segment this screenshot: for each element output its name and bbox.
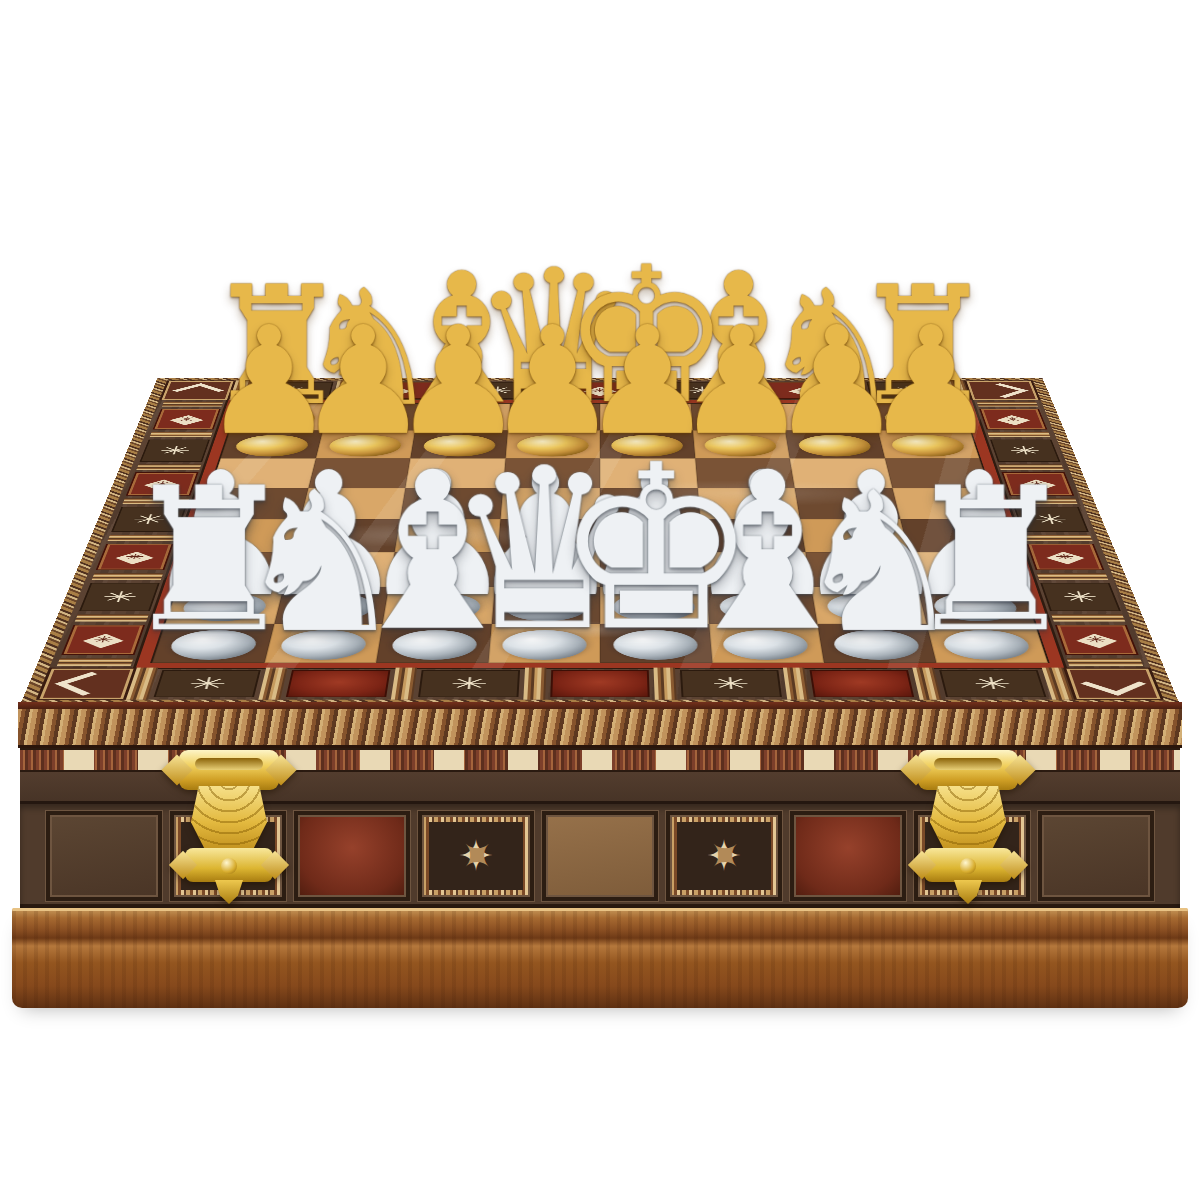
inlay-stripe-band [1067, 658, 1144, 666]
star-icon: ✳ [796, 388, 814, 394]
star-icon: ✳ [130, 513, 168, 526]
board-top: ✳◆✳✳◆✳✳◆✳✳ ✳✳✳✳ ◆✳✳◆✳✳◆✳✳◆✳ ◆✳✳◆✳✳◆✳✳◆✳ … [20, 378, 1180, 705]
red-diamond-inlay: ◆✳ [1055, 625, 1139, 655]
inlay-stripe-band [92, 573, 163, 580]
mosaic-border-bottom: ✳✳✳✳ [126, 668, 1074, 700]
clasp-tongue [954, 880, 982, 904]
star-icon: ✳ [1027, 480, 1048, 487]
star-icon: ✳ [157, 445, 193, 456]
red-diamond-inlay: ◆✳ [765, 382, 846, 399]
star-icon: ✳ [482, 385, 513, 395]
pinwheel-star-icon [429, 822, 523, 890]
pinwheel-star-icon [677, 822, 771, 890]
mother-of-pearl-star-inlay: ✳ [680, 670, 782, 697]
corner-inlay-bottom-left [36, 668, 137, 700]
corner-inlay-top-right [964, 381, 1041, 401]
brass-clasp-right[interactable] [904, 750, 1032, 908]
inlay-stripe-band [162, 402, 223, 407]
star-icon: ✳ [687, 385, 718, 395]
mother-of-pearl-star-inlay: ✳ [939, 670, 1046, 697]
mother-of-pearl-star-inlay: ✳ [418, 670, 520, 697]
inlay-stripe-band [436, 381, 456, 401]
front-panel-5-plain-tan [542, 811, 658, 901]
red-lacquer-inlay [286, 670, 391, 697]
l-bracket-inlay [1080, 672, 1145, 696]
inlay-stripe-band [75, 614, 149, 621]
inlay-stripe-band [912, 668, 941, 700]
red-diamond-inlay: ◆✳ [126, 472, 199, 495]
star-icon: ✳ [1084, 635, 1108, 644]
red-diamond-inlay: ◆✳ [153, 409, 221, 430]
inlay-stripe-band [642, 381, 660, 401]
star-icon: ✳ [124, 553, 146, 561]
corner-inlay-bottom-right [1063, 668, 1164, 700]
mosaic-border-top: ✳◆✳✳◆✳✳◆✳✳ [229, 381, 971, 401]
inlay-stripe-band [999, 464, 1064, 470]
star-icon: ✳ [891, 385, 924, 395]
inlay-stripe-band [108, 535, 177, 541]
chess-set-scene: ✳◆✳✳◆✳✳◆✳✳ ✳✳✳✳ ◆✳✳◆✳✳◆✳✳◆✳ ◆✳✳◆✳✳◆✳✳◆✳ … [0, 0, 1200, 1200]
inlay-stripe-band [654, 668, 677, 700]
red-diamond-inlay: ◆✳ [1027, 544, 1105, 570]
clasp-latch-bar [934, 758, 1002, 770]
l-bracket-inlay [976, 383, 1027, 398]
star-icon: ✳ [99, 590, 140, 604]
front-panel-4-pinwheel-mosaic [418, 811, 534, 901]
inlay-stripe-band [391, 668, 417, 700]
clasp-fan-body [930, 786, 1006, 852]
star-icon: ✳ [186, 675, 229, 692]
mother-of-pearl-star-inlay: ✳ [457, 382, 536, 399]
inlay-stripe-band [846, 381, 868, 401]
front-panel-9-plain-dark [1038, 811, 1154, 901]
l-bracket-inlay [54, 672, 119, 696]
star-icon: ✳ [177, 416, 197, 422]
clasp-tongue [215, 880, 243, 904]
inlay-stripe-band [1051, 614, 1125, 621]
red-lacquer-inlay [550, 670, 650, 697]
red-diamond-inlay: ◆✳ [979, 409, 1047, 430]
star-icon: ✳ [971, 675, 1014, 692]
product-photo-stage: ✳◆✳✳◆✳✳◆✳✳ ✳✳✳✳ ◆✳✳◆✳✳◆✳✳◆✳ ◆✳✳◆✳✳◆✳✳◆✳ … [0, 0, 1200, 1200]
red-lacquer-inlay [810, 670, 915, 697]
front-panel-3-red-inlay [294, 811, 410, 901]
mother-of-pearl-star-inlay: ✳ [867, 382, 950, 399]
inlay-stripe-band [333, 381, 355, 401]
inlay-stripe-band [150, 432, 213, 437]
mother-of-pearl-star-inlay: ✳ [79, 583, 160, 611]
star-icon: ✳ [449, 675, 489, 692]
red-diamond-inlay: ◆✳ [1001, 472, 1074, 495]
inlay-stripe-band [1023, 535, 1092, 541]
base-plinth [12, 908, 1188, 1008]
clasp-knob [960, 858, 976, 874]
mother-of-pearl-star-inlay: ✳ [111, 507, 186, 532]
inlay-stripe-band [783, 668, 809, 700]
star-icon: ✳ [1003, 416, 1023, 422]
front-panel-1-plain-dark [46, 811, 162, 901]
star-icon: ✳ [1060, 590, 1101, 604]
star-icon: ✳ [1032, 513, 1070, 526]
l-bracket-inlay [172, 383, 223, 398]
inlay-stripe-band [258, 668, 287, 700]
mother-of-pearl-star-inlay: ✳ [251, 382, 334, 399]
star-icon: ✳ [1054, 553, 1076, 561]
front-panel-7-red-inlay [790, 811, 906, 901]
mother-of-pearl-star-inlay: ✳ [990, 440, 1060, 462]
corner-inlay-top-left [159, 381, 236, 401]
star-icon: ✳ [152, 480, 173, 487]
star-icon: ✳ [711, 675, 751, 692]
mother-of-pearl-star-inlay: ✳ [140, 440, 210, 462]
inlay-stripe-band [1011, 498, 1078, 504]
inlay-stripe-band [744, 381, 764, 401]
brass-clasp-left[interactable] [165, 750, 293, 908]
red-diamond-inlay: ◆✳ [354, 382, 435, 399]
mother-of-pearl-star-inlay: ✳ [154, 670, 261, 697]
mother-of-pearl-star-inlay: ✳ [663, 382, 742, 399]
mother-of-pearl-star-inlay: ✳ [1040, 583, 1121, 611]
red-diamond-inlay: ◆✳ [561, 382, 639, 399]
inlay-stripe-band [136, 464, 201, 470]
star-icon: ✳ [276, 385, 309, 395]
clasp-latch-bar [195, 758, 263, 770]
star-icon: ✳ [386, 388, 404, 394]
king-glyph: ♚ [554, 434, 758, 662]
inlay-stripe-band [987, 432, 1050, 437]
red-diamond-inlay: ◆✳ [96, 544, 174, 570]
board-side-edge [18, 702, 1182, 748]
inlay-stripe-band [977, 402, 1038, 407]
star-icon: ✳ [92, 635, 116, 644]
clasp-top-plate [918, 750, 1018, 790]
inlay-stripe-band [57, 658, 134, 666]
front-panel-6-pinwheel-mosaic [666, 811, 782, 901]
inlay-stripe-band [523, 668, 546, 700]
star-icon: ✳ [1007, 445, 1043, 456]
clasp-top-plate [179, 750, 279, 790]
inlay-stripe-band [122, 498, 189, 504]
inlay-stripe-band [540, 381, 558, 401]
storage-box-front [20, 748, 1180, 908]
clasp-fan-body [191, 786, 267, 852]
clasp-knob [221, 858, 237, 874]
mother-of-pearl-star-inlay: ✳ [1014, 507, 1089, 532]
red-diamond-inlay: ◆✳ [61, 625, 145, 655]
star-icon: ✳ [592, 388, 609, 394]
inlay-stripe-band [1037, 573, 1108, 580]
